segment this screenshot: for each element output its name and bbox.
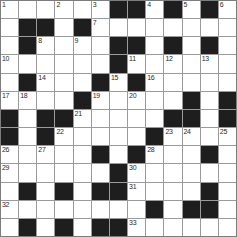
cell[interactable] [164, 219, 181, 236]
clue-number: 17 [2, 92, 9, 100]
blocked-cell [110, 1, 127, 18]
blocked-cell [92, 219, 109, 236]
clue-number: 12 [165, 55, 172, 63]
clue-number: 31 [129, 183, 136, 191]
cell[interactable] [74, 219, 91, 236]
cell[interactable] [164, 92, 181, 109]
cell[interactable] [219, 19, 236, 36]
blocked-cell [74, 19, 91, 36]
clue-number: 13 [202, 55, 209, 63]
blocked-cell [19, 74, 36, 91]
blocked-cell [92, 146, 109, 163]
cell[interactable] [201, 219, 218, 236]
cell[interactable] [55, 37, 72, 54]
cell[interactable] [1, 37, 18, 54]
blocked-cell [128, 37, 145, 54]
cell[interactable] [128, 201, 145, 218]
blocked-cell [183, 201, 200, 218]
cell[interactable] [74, 164, 91, 181]
blocked-cell [219, 110, 236, 127]
blocked-cell [19, 37, 36, 54]
blocked-cell [201, 37, 218, 54]
clue-number: 9 [75, 37, 79, 45]
clue-number: 15 [111, 74, 118, 82]
cell[interactable]: 26 [1, 146, 18, 163]
cell[interactable] [110, 201, 127, 218]
cell[interactable] [19, 1, 36, 18]
cell[interactable] [219, 55, 236, 72]
blocked-cell [110, 183, 127, 200]
cell[interactable] [92, 128, 109, 145]
cell[interactable] [201, 92, 218, 109]
clue-number: 6 [220, 1, 224, 9]
cell[interactable] [92, 201, 109, 218]
clue-number: 25 [220, 128, 227, 136]
cell[interactable] [74, 74, 91, 91]
cell[interactable] [219, 219, 236, 236]
cell[interactable] [19, 55, 36, 72]
blocked-cell [55, 219, 72, 236]
cell[interactable] [74, 201, 91, 218]
clue-number: 2 [56, 1, 60, 9]
blocked-cell [1, 110, 18, 127]
cell[interactable] [55, 19, 72, 36]
clue-number: 18 [20, 92, 27, 100]
cell[interactable] [164, 164, 181, 181]
cell[interactable] [183, 74, 200, 91]
blocked-cell [164, 110, 181, 127]
cell[interactable]: 10 [1, 55, 18, 72]
cell[interactable] [55, 146, 72, 163]
cell[interactable]: 23 [164, 128, 181, 145]
blocked-cell [92, 74, 109, 91]
cell[interactable] [146, 55, 163, 72]
cell[interactable] [1, 74, 18, 91]
clue-number: 16 [147, 74, 154, 82]
clue-number: 20 [129, 92, 136, 100]
cell[interactable] [74, 183, 91, 200]
cell[interactable] [219, 37, 236, 54]
cell[interactable] [110, 19, 127, 36]
clue-number: 26 [2, 146, 9, 154]
cell[interactable]: 24 [183, 128, 200, 145]
clue-number: 22 [56, 128, 63, 136]
cell[interactable] [55, 164, 72, 181]
cell[interactable]: 21 [74, 110, 91, 127]
cell[interactable] [55, 201, 72, 218]
cell[interactable]: 27 [37, 146, 54, 163]
clue-number: 10 [2, 55, 9, 63]
cell[interactable]: 29 [1, 164, 18, 181]
cell[interactable] [146, 37, 163, 54]
blocked-cell [201, 183, 218, 200]
blocked-cell [128, 1, 145, 18]
blocked-cell [19, 183, 36, 200]
cell[interactable] [37, 164, 54, 181]
cell[interactable]: 28 [146, 146, 163, 163]
cell[interactable] [164, 201, 181, 218]
cell[interactable] [164, 19, 181, 36]
clue-number: 19 [93, 92, 100, 100]
cell[interactable]: 20 [128, 92, 145, 109]
cell[interactable]: 6 [219, 1, 236, 18]
clue-number: 33 [129, 219, 136, 227]
clue-number: 7 [93, 19, 97, 27]
blocked-cell [164, 1, 181, 18]
cell[interactable]: 13 [201, 55, 218, 72]
clue-number: 28 [147, 146, 154, 154]
cell[interactable] [55, 92, 72, 109]
cell[interactable] [74, 55, 91, 72]
cell[interactable]: 33 [128, 219, 145, 236]
cell[interactable] [110, 92, 127, 109]
cell[interactable] [37, 183, 54, 200]
blocked-cell [110, 55, 127, 72]
blocked-cell [146, 201, 163, 218]
cell[interactable]: 3 [92, 1, 109, 18]
cell[interactable]: 32 [1, 201, 18, 218]
cell[interactable]: 17 [1, 92, 18, 109]
blocked-cell [19, 19, 36, 36]
cell[interactable] [74, 1, 91, 18]
blocked-cell [183, 92, 200, 109]
cell[interactable] [37, 219, 54, 236]
cell[interactable] [110, 146, 127, 163]
cell[interactable] [183, 55, 200, 72]
clue-number: 32 [2, 201, 9, 209]
cell[interactable] [201, 128, 218, 145]
cell[interactable] [19, 164, 36, 181]
crossword-puzzle: 1234567891011121314151617181920212223242… [0, 0, 237, 237]
cell[interactable] [92, 164, 109, 181]
cell[interactable] [1, 219, 18, 236]
cell[interactable]: 15 [110, 74, 127, 91]
cell[interactable]: 7 [92, 19, 109, 36]
clue-number: 3 [93, 1, 97, 9]
cell[interactable] [146, 110, 163, 127]
blocked-cell [74, 92, 91, 109]
cell[interactable] [19, 128, 36, 145]
cell[interactable] [146, 164, 163, 181]
cell[interactable] [55, 55, 72, 72]
blocked-cell [164, 37, 181, 54]
cell[interactable]: 25 [219, 128, 236, 145]
clue-number: 30 [129, 164, 136, 172]
cell[interactable] [183, 37, 200, 54]
blocked-cell [37, 19, 54, 36]
cell[interactable]: 2 [55, 1, 72, 18]
blocked-cell [128, 74, 145, 91]
cell[interactable] [128, 19, 145, 36]
cell[interactable] [183, 146, 200, 163]
clue-number: 5 [184, 1, 188, 9]
cell[interactable] [219, 164, 236, 181]
cell[interactable] [55, 74, 72, 91]
clue-number: 8 [38, 37, 42, 45]
blocked-cell [55, 110, 72, 127]
blocked-cell [219, 92, 236, 109]
cell[interactable]: 19 [92, 92, 109, 109]
cell[interactable] [92, 55, 109, 72]
cell[interactable]: 14 [37, 74, 54, 91]
cell[interactable]: 9 [74, 37, 91, 54]
cell[interactable] [110, 110, 127, 127]
cell[interactable] [219, 201, 236, 218]
cell[interactable] [19, 146, 36, 163]
blocked-cell [110, 219, 127, 236]
cell[interactable] [146, 219, 163, 236]
cell[interactable] [201, 19, 218, 36]
clue-number: 14 [38, 74, 45, 82]
blocked-cell [92, 183, 109, 200]
cell[interactable] [146, 19, 163, 36]
clue-number: 11 [129, 55, 136, 63]
blocked-cell [128, 146, 145, 163]
cell[interactable]: 1 [1, 1, 18, 18]
cell[interactable] [128, 110, 145, 127]
blocked-cell [201, 201, 218, 218]
cell[interactable]: 18 [19, 92, 36, 109]
blocked-cell [37, 128, 54, 145]
cell[interactable] [164, 183, 181, 200]
cell[interactable] [201, 110, 218, 127]
cell[interactable]: 12 [164, 55, 181, 72]
cell[interactable] [74, 128, 91, 145]
clue-number: 23 [165, 128, 172, 136]
cell[interactable] [37, 92, 54, 109]
blocked-cell [55, 183, 72, 200]
cell[interactable] [146, 183, 163, 200]
cell[interactable] [219, 146, 236, 163]
cell[interactable] [74, 146, 91, 163]
clue-number: 24 [184, 128, 191, 136]
blocked-cell [201, 1, 218, 18]
cell[interactable] [19, 201, 36, 218]
cell[interactable] [37, 201, 54, 218]
cell[interactable] [1, 19, 18, 36]
cell[interactable] [183, 19, 200, 36]
cell[interactable] [164, 74, 181, 91]
cell[interactable] [183, 183, 200, 200]
cell[interactable]: 8 [37, 37, 54, 54]
cell[interactable]: 11 [128, 55, 145, 72]
clue-number: 21 [75, 110, 82, 118]
crossword-grid: 1234567891011121314151617181920212223242… [0, 0, 237, 237]
cell[interactable]: 4 [146, 1, 163, 18]
blocked-cell [19, 219, 36, 236]
clue-number: 27 [38, 146, 45, 154]
cell[interactable] [110, 128, 127, 145]
cell[interactable] [183, 219, 200, 236]
cell[interactable] [92, 37, 109, 54]
blocked-cell [110, 37, 127, 54]
cell[interactable] [37, 1, 54, 18]
cell[interactable] [1, 183, 18, 200]
cell[interactable] [128, 128, 145, 145]
cell[interactable] [92, 110, 109, 127]
blocked-cell [183, 110, 200, 127]
cell[interactable] [219, 74, 236, 91]
cell[interactable]: 30 [128, 164, 145, 181]
cell[interactable] [146, 92, 163, 109]
blocked-cell [201, 146, 218, 163]
cell[interactable] [37, 55, 54, 72]
cell[interactable] [19, 110, 36, 127]
cell[interactable]: 22 [55, 128, 72, 145]
cell[interactable] [219, 183, 236, 200]
cell[interactable] [164, 146, 181, 163]
cell[interactable] [183, 164, 200, 181]
cell[interactable] [201, 164, 218, 181]
cell[interactable]: 31 [128, 183, 145, 200]
blocked-cell [110, 164, 127, 181]
blocked-cell [146, 128, 163, 145]
blocked-cell [37, 110, 54, 127]
clue-number: 1 [2, 1, 6, 9]
cell[interactable]: 5 [183, 1, 200, 18]
cell[interactable]: 16 [146, 74, 163, 91]
cell[interactable] [201, 74, 218, 91]
clue-number: 29 [2, 164, 9, 172]
blocked-cell [1, 128, 18, 145]
clue-number: 4 [147, 1, 151, 9]
